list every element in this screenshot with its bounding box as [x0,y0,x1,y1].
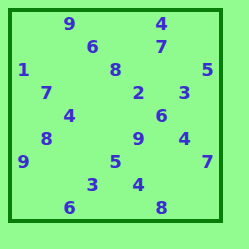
cell-r5c4-empty[interactable] [81,104,106,129]
cell-r5c1-empty[interactable] [12,104,37,129]
cell-r7c5-given[interactable]: 5 [104,150,129,175]
cell-r7c1-given[interactable]: 9 [12,150,37,175]
cell-r8c2-empty[interactable] [35,173,60,198]
cell-r2c2-empty[interactable] [35,35,60,60]
cell-r4c1-empty[interactable] [12,81,37,106]
cell-r9c4-empty[interactable] [81,196,106,219]
cell-r2c8-empty[interactable] [173,35,198,60]
cell-r7c8-empty[interactable] [173,150,198,175]
cell-r5c8-empty[interactable] [173,104,198,129]
cell-r1c8-empty[interactable] [173,12,198,37]
cell-r5c2-empty[interactable] [35,104,60,129]
cell-r8c4-given[interactable]: 3 [81,173,106,198]
cell-r5c7-given[interactable]: 6 [150,104,175,129]
cell-r2c1-empty[interactable] [12,35,37,60]
cell-r4c4-empty[interactable] [81,81,106,106]
sudoku-board: 9467185723468949573468 [8,8,223,223]
cell-r7c4-empty[interactable] [81,150,106,175]
cell-r9c8-empty[interactable] [173,196,198,219]
cell-r7c7-empty[interactable] [150,150,175,175]
cell-r9c1-empty[interactable] [12,196,37,219]
cell-r9c7-given[interactable]: 8 [150,196,175,219]
cell-r1c1-empty[interactable] [12,12,37,37]
cell-r7c2-empty[interactable] [35,150,60,175]
sudoku-applet: 9467185723468949573468 [0,0,249,249]
cell-r2c9-empty[interactable] [196,35,219,60]
cell-r4c9-empty[interactable] [196,81,219,106]
cell-r1c5-empty[interactable] [104,12,129,37]
cell-r2c4-given[interactable]: 6 [81,35,106,60]
cell-r2c5-empty[interactable] [104,35,129,60]
cell-r2c7-given[interactable]: 7 [150,35,175,60]
cell-r4c8-given[interactable]: 3 [173,81,198,106]
cell-r5c9-empty[interactable] [196,104,219,129]
cell-r1c7-given[interactable]: 4 [150,12,175,37]
cell-r8c1-empty[interactable] [12,173,37,198]
cell-r8c8-empty[interactable] [173,173,198,198]
cell-r9c5-empty[interactable] [104,196,129,219]
cell-r4c7-empty[interactable] [150,81,175,106]
cell-r4c2-given[interactable]: 7 [35,81,60,106]
cell-r1c2-empty[interactable] [35,12,60,37]
cell-r1c9-empty[interactable] [196,12,219,37]
cell-r5c5-empty[interactable] [104,104,129,129]
cell-r9c2-empty[interactable] [35,196,60,219]
cell-r8c5-empty[interactable] [104,173,129,198]
cell-r9c9-empty[interactable] [196,196,219,219]
cell-r8c9-empty[interactable] [196,173,219,198]
cell-r8c7-empty[interactable] [150,173,175,198]
cell-r4c5-empty[interactable] [104,81,129,106]
cell-r1c4-empty[interactable] [81,12,106,37]
cell-r7c9-given[interactable]: 7 [196,150,219,175]
